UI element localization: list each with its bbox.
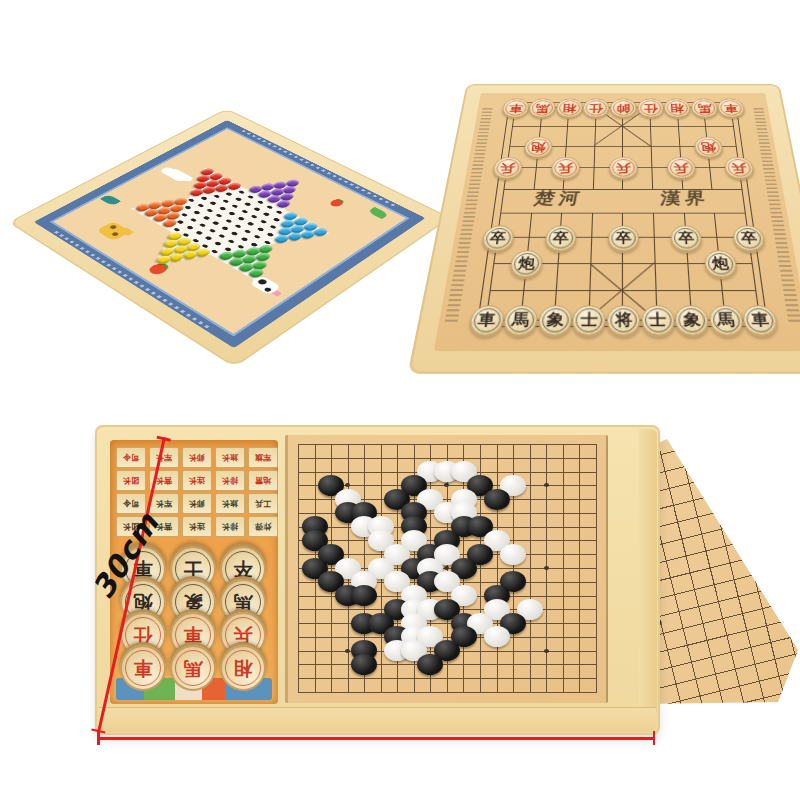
xiangqi-scene: 楚河 漢界 車馬相仕帥仕相馬車炮炮兵兵兵兵兵車馬象士将士象馬車炮炮卒卒卒卒卒 — [446, 40, 800, 386]
junqi-tile[interactable]: 军旗 — [248, 447, 278, 468]
junqi-tile[interactable]: 炸弹 — [248, 516, 278, 537]
piece-character: 車 — [724, 103, 739, 113]
black-xiangqi-piece[interactable]: 車 — [468, 305, 506, 335]
xiangqi-pieces: 車馬相仕帥仕相馬車炮炮兵兵兵兵兵車馬象士将士象馬車炮炮卒卒卒卒卒 — [434, 93, 800, 351]
junqi-tile[interactable]: 团长 — [116, 470, 146, 491]
chinese-checkers-scene — [48, 38, 412, 402]
piece-character: 帥 — [616, 103, 630, 113]
black-xiangqi-piece[interactable]: 象 — [674, 305, 710, 335]
junqi-tile[interactable]: 军长 — [149, 493, 179, 514]
junqi-tile[interactable]: 连长 — [182, 470, 212, 491]
black-xiangqi-piece[interactable]: 炮 — [703, 250, 737, 277]
red-xiangqi-piece[interactable]: 兵 — [491, 157, 522, 179]
piece-character: 兵 — [731, 162, 747, 173]
go-star-point — [345, 649, 350, 653]
black-stone[interactable] — [351, 654, 377, 675]
red-xiangqi-piece[interactable]: 馬 — [690, 98, 718, 117]
junqi-tile[interactable]: 地雷 — [248, 470, 278, 491]
red-xiangqi-piece[interactable]: 兵 — [724, 157, 755, 179]
red-xiangqi-piece[interactable]: 相 — [664, 98, 692, 117]
junqi-tile-row: 团长营长连长排长地雷 — [116, 470, 278, 491]
red-xiangqi-piece[interactable]: 馬 — [528, 98, 556, 117]
black-xiangqi-piece[interactable]: 卒 — [608, 225, 639, 251]
red-xiangqi-piece[interactable]: 帥 — [610, 98, 637, 117]
box-front-edge — [99, 707, 656, 732]
black-xiangqi-piece[interactable]: 士 — [641, 305, 676, 335]
junqi-tile[interactable]: 旅长 — [215, 493, 245, 514]
black-xiangqi-piece[interactable]: 士 — [572, 305, 607, 335]
junqi-tile[interactable]: 排长 — [215, 516, 245, 537]
black-xiangqi-piece[interactable]: 将 — [606, 305, 640, 335]
junqi-tile[interactable]: 连长 — [182, 516, 212, 537]
piece-character: 仕 — [589, 103, 603, 113]
dimension-line-bottom — [97, 737, 655, 740]
piece-character: 馬 — [535, 103, 550, 113]
xiangqi-board[interactable]: 楚河 漢界 車馬相仕帥仕相馬車炮炮兵兵兵兵兵車馬象士将士象馬車炮炮卒卒卒卒卒 — [434, 93, 800, 351]
junqi-tile[interactable]: 师长 — [182, 447, 212, 468]
junqi-tile-row: 司令军长师长旅长军旗 — [116, 447, 278, 468]
black-xiangqi-piece[interactable]: 卒 — [481, 225, 515, 251]
piece-character: 相 — [562, 103, 576, 113]
junqi-tile[interactable]: 排长 — [215, 470, 245, 491]
white-stone[interactable] — [484, 626, 510, 647]
piece-character: 馬 — [697, 103, 712, 113]
red-xiangqi-piece[interactable]: 相 — [555, 98, 583, 117]
go-board[interactable] — [285, 435, 608, 703]
piece-character: 車 — [508, 103, 523, 113]
go-star-point — [544, 649, 549, 653]
piece-character: 兵 — [616, 162, 631, 173]
game-box[interactable]: 司令军长师长旅长军旗团长营长连长排长地雷司令军长师长旅长工兵团长营长连长排长炸弹… — [95, 425, 660, 735]
junqi-tile[interactable]: 军长 — [149, 447, 179, 468]
black-xiangqi-piece[interactable]: 炮 — [509, 250, 543, 277]
junqi-tile[interactable]: 司令 — [116, 447, 146, 468]
junqi-tile[interactable]: 师长 — [182, 493, 212, 514]
red-xiangqi-piece[interactable]: 仕 — [637, 98, 664, 117]
chinese-checkers-board[interactable] — [34, 120, 426, 348]
black-xiangqi-piece[interactable]: 卒 — [732, 225, 766, 251]
drawer-xiangqi-piece[interactable]: 車 — [120, 645, 166, 691]
go-star-point — [544, 566, 549, 570]
piece-character: 炮 — [531, 141, 546, 152]
white-stone[interactable] — [500, 544, 526, 565]
red-xiangqi-piece[interactable]: 仕 — [583, 98, 610, 117]
drawer-xiangqi-piece[interactable]: 馬 — [170, 645, 216, 691]
red-xiangqi-piece[interactable]: 兵 — [667, 157, 697, 179]
piece-character: 炮 — [701, 141, 716, 152]
piece-character: 兵 — [499, 162, 515, 173]
box-right-wall — [639, 429, 657, 711]
black-xiangqi-piece[interactable]: 車 — [742, 305, 780, 335]
black-xiangqi-piece[interactable]: 象 — [537, 305, 573, 335]
red-xiangqi-piece[interactable]: 車 — [717, 98, 746, 117]
black-xiangqi-piece[interactable]: 卒 — [670, 225, 703, 251]
red-xiangqi-piece[interactable]: 兵 — [550, 157, 580, 179]
black-xiangqi-piece[interactable]: 馬 — [502, 305, 539, 335]
red-xiangqi-piece[interactable]: 炮 — [693, 136, 723, 157]
junqi-tile[interactable]: 旅长 — [215, 447, 245, 468]
black-xiangqi-piece[interactable]: 卒 — [544, 225, 576, 251]
piece-character: 兵 — [558, 162, 573, 173]
black-xiangqi-piece[interactable]: 馬 — [708, 305, 745, 335]
product-photo-multigame-set: { "set_games": ["chinese-checkers", "xia… — [0, 0, 800, 800]
red-xiangqi-piece[interactable]: 炮 — [523, 136, 553, 157]
red-xiangqi-piece[interactable]: 兵 — [609, 157, 638, 179]
piece-character: 仕 — [643, 103, 657, 113]
piece-character: 相 — [670, 103, 684, 113]
red-xiangqi-piece[interactable]: 車 — [501, 98, 530, 117]
junqi-tile[interactable]: 工兵 — [248, 493, 278, 514]
piece-character: 兵 — [674, 162, 689, 173]
checkers-field — [50, 127, 410, 336]
drawer-xiangqi-piece[interactable]: 相 — [220, 645, 266, 691]
black-stone[interactable] — [484, 489, 510, 510]
